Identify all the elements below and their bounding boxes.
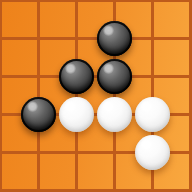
white-stone xyxy=(97,97,132,132)
stone-highlight xyxy=(65,101,77,113)
white-stone xyxy=(59,97,94,132)
grid-line-vertical xyxy=(189,0,192,192)
white-stone xyxy=(135,97,170,132)
stone-highlight xyxy=(141,139,153,151)
black-stone xyxy=(21,97,56,132)
app-screen xyxy=(0,0,192,192)
white-stone xyxy=(135,135,170,170)
stone-highlight xyxy=(103,101,115,113)
grid-line-vertical xyxy=(0,0,2,192)
stone-highlight xyxy=(103,63,115,75)
grid-line-horizontal xyxy=(0,37,192,40)
grid-line-vertical xyxy=(75,0,78,192)
grid-line-horizontal xyxy=(0,189,192,192)
stone-highlight xyxy=(141,101,153,113)
grid-line-horizontal xyxy=(0,0,192,2)
black-stone xyxy=(59,59,94,94)
black-stone xyxy=(97,21,132,56)
grid-line-horizontal xyxy=(0,75,192,78)
stone-highlight xyxy=(103,25,115,37)
gomoku-board[interactable] xyxy=(0,0,192,192)
stone-highlight xyxy=(65,63,77,75)
grid-line-vertical xyxy=(37,0,40,192)
black-stone xyxy=(97,59,132,94)
stone-highlight xyxy=(27,101,39,113)
